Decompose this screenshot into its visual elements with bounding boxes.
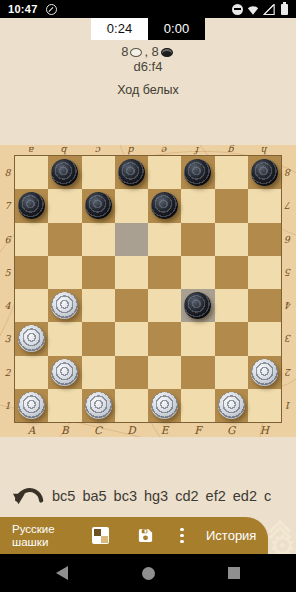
square-e2[interactable] [148, 356, 181, 389]
square-g6[interactable] [215, 223, 248, 256]
square-g4[interactable] [215, 289, 248, 322]
square-g1[interactable] [215, 389, 248, 422]
square-e6[interactable] [148, 223, 181, 256]
square-h1[interactable] [248, 389, 281, 422]
move-3[interactable]: bc3 [114, 488, 137, 504]
square-g8[interactable] [215, 156, 248, 189]
rank-labels-right: 87654321 [281, 156, 296, 422]
move-list: bc5ba5bc3hg3cd2ef2ed2c [52, 488, 271, 504]
rank-left-8: 8 [0, 156, 15, 189]
move-list-row: bc5ba5bc3hg3cd2ef2ed2c [0, 482, 296, 510]
square-d7[interactable] [115, 189, 148, 222]
history-button[interactable]: История [206, 528, 256, 543]
square-e4[interactable] [148, 289, 181, 322]
white-count: 8 [121, 44, 128, 59]
square-h2[interactable] [248, 356, 281, 389]
black-man-f4[interactable] [184, 292, 211, 319]
app-bottom-bar: Русские шашки История [0, 517, 268, 554]
rank-right-1: 1 [281, 389, 296, 422]
black-man-e7[interactable] [151, 192, 178, 219]
square-f2[interactable] [181, 356, 214, 389]
board-2x2-icon[interactable] [92, 527, 109, 544]
board-grid [15, 156, 281, 422]
square-c7[interactable] [82, 189, 115, 222]
file-bottom-D: D [115, 422, 148, 437]
white-timer[interactable]: 0:24 [91, 18, 148, 40]
square-c8[interactable] [82, 156, 115, 189]
move-7[interactable]: ed2 [233, 488, 257, 504]
square-c5[interactable] [82, 256, 115, 289]
square-h3[interactable] [248, 322, 281, 355]
square-f4[interactable] [181, 289, 214, 322]
bottom-bar-area: Русские шашки История ⚙ [0, 517, 296, 554]
square-b4[interactable] [48, 289, 81, 322]
black-timer[interactable]: 0:00 [148, 18, 205, 40]
count-separator: , [144, 44, 151, 59]
move-next-partial: c [264, 488, 271, 504]
square-f3[interactable] [181, 322, 214, 355]
square-c6[interactable] [82, 223, 115, 256]
square-a7[interactable] [15, 189, 48, 222]
file-bottom-F: F [181, 422, 214, 437]
black-checker-icon [161, 48, 173, 57]
file-top-f: f [181, 145, 214, 156]
rank-right-3: 3 [281, 322, 296, 355]
file-bottom-A: A [15, 422, 48, 437]
black-man-h8[interactable] [251, 159, 278, 186]
square-d2[interactable] [115, 356, 148, 389]
square-a3[interactable] [15, 322, 48, 355]
black-man-d8[interactable] [118, 159, 145, 186]
file-top-c: c [82, 145, 115, 156]
file-bottom-B: B [48, 422, 81, 437]
white-man-a3[interactable] [18, 325, 45, 352]
square-e7[interactable] [148, 189, 181, 222]
square-h4[interactable] [248, 289, 281, 322]
square-f7[interactable] [181, 189, 214, 222]
turn-indicator: Ход белых [0, 83, 296, 97]
checkers-board-panel: abcdefgh 87654321 87654321 ABCDEFGH [0, 145, 296, 437]
square-d8[interactable] [115, 156, 148, 189]
black-man-c7[interactable] [85, 192, 112, 219]
square-e5[interactable] [148, 256, 181, 289]
notification-circle-slash-icon [46, 4, 57, 15]
save-floppy-icon[interactable] [137, 527, 154, 544]
square-g3[interactable] [215, 322, 248, 355]
file-bottom-C: C [82, 422, 115, 437]
wifi-icon [247, 4, 259, 15]
rank-left-1: 1 [0, 389, 15, 422]
square-b8[interactable] [48, 156, 81, 189]
square-a1[interactable] [15, 389, 48, 422]
square-g5[interactable] [215, 256, 248, 289]
rank-right-8: 8 [281, 156, 296, 189]
rank-right-6: 6 [281, 223, 296, 256]
white-man-e1[interactable] [151, 392, 178, 419]
square-f5[interactable] [181, 256, 214, 289]
file-top-d: d [115, 145, 148, 156]
rank-left-5: 5 [0, 256, 15, 289]
file-top-b: b [48, 145, 81, 156]
rank-left-2: 2 [0, 356, 15, 389]
square-g2[interactable] [215, 356, 248, 389]
app-title: Русские шашки [12, 523, 74, 548]
file-labels-top: abcdefgh [15, 145, 281, 156]
undo-curved-arrow-icon[interactable] [12, 486, 44, 506]
square-a4[interactable] [15, 289, 48, 322]
android-nav-bar [0, 554, 296, 592]
square-e3[interactable] [148, 322, 181, 355]
square-f1[interactable] [181, 389, 214, 422]
move-4[interactable]: hg3 [144, 488, 168, 504]
cell-signal-icon [263, 4, 275, 15]
black-man-f8[interactable] [184, 159, 211, 186]
square-a6[interactable] [15, 223, 48, 256]
rank-left-7: 7 [0, 189, 15, 222]
square-b3[interactable] [48, 322, 81, 355]
square-b7[interactable] [48, 189, 81, 222]
square-c3[interactable] [82, 322, 115, 355]
rank-right-2: 2 [281, 356, 296, 389]
square-d6[interactable] [115, 223, 148, 256]
white-man-b2[interactable] [51, 359, 78, 386]
square-b2[interactable] [48, 356, 81, 389]
back-triangle-icon[interactable] [56, 566, 68, 580]
rank-left-3: 3 [0, 322, 15, 355]
rank-right-4: 4 [281, 289, 296, 322]
rank-left-4: 4 [0, 289, 15, 322]
square-d4[interactable] [115, 289, 148, 322]
recents-square-icon[interactable] [228, 567, 240, 579]
black-man-b8[interactable] [51, 159, 78, 186]
white-checker-icon [130, 48, 142, 57]
black-man-a7[interactable] [18, 192, 45, 219]
home-circle-icon[interactable] [142, 567, 155, 580]
square-h5[interactable] [248, 256, 281, 289]
piece-counts: 8, 8 [0, 44, 296, 59]
square-f8[interactable] [181, 156, 214, 189]
square-b1[interactable] [48, 389, 81, 422]
rank-right-7: 7 [281, 189, 296, 222]
square-d1[interactable] [115, 389, 148, 422]
square-a8[interactable] [15, 156, 48, 189]
square-d3[interactable] [115, 322, 148, 355]
square-h8[interactable] [248, 156, 281, 189]
square-b6[interactable] [48, 223, 81, 256]
white-man-b4[interactable] [51, 292, 78, 319]
settings-corner[interactable]: ⚙ [268, 517, 296, 554]
file-bottom-H: H [248, 422, 281, 437]
timer-row: 0:24 0:00 [0, 18, 296, 40]
square-h6[interactable] [248, 223, 281, 256]
square-c4[interactable] [82, 289, 115, 322]
black-count: 8 [152, 44, 159, 59]
square-e8[interactable] [148, 156, 181, 189]
rank-right-5: 5 [281, 256, 296, 289]
square-b5[interactable] [48, 256, 81, 289]
file-top-h: h [248, 145, 281, 156]
app-title-line1: Русские [12, 523, 74, 536]
white-man-a1[interactable] [18, 392, 45, 419]
battery-icon [281, 4, 288, 15]
file-bottom-E: E [148, 422, 181, 437]
move-5[interactable]: cd2 [175, 488, 198, 504]
square-a2[interactable] [15, 356, 48, 389]
rank-left-6: 6 [0, 223, 15, 256]
file-labels-bottom: ABCDEFGH [15, 422, 281, 437]
white-man-h2[interactable] [251, 359, 278, 386]
last-move-text: d6:f4 [0, 59, 296, 74]
white-man-c1[interactable] [85, 392, 112, 419]
square-g7[interactable] [215, 189, 248, 222]
square-c2[interactable] [82, 356, 115, 389]
move-2[interactable]: ba5 [82, 488, 106, 504]
file-top-a: a [15, 145, 48, 156]
square-d5[interactable] [115, 256, 148, 289]
square-a5[interactable] [15, 256, 48, 289]
android-status-bar: 10:47 [0, 0, 296, 18]
file-top-g: g [215, 145, 248, 156]
clock: 10:47 [8, 3, 38, 15]
square-f6[interactable] [181, 223, 214, 256]
square-e1[interactable] [148, 389, 181, 422]
kebab-menu-icon[interactable] [180, 528, 184, 544]
square-h7[interactable] [248, 189, 281, 222]
do-not-disturb-icon [232, 4, 243, 15]
white-man-g1[interactable] [218, 392, 245, 419]
square-c1[interactable] [82, 389, 115, 422]
move-1[interactable]: bc5 [52, 488, 75, 504]
material-count: 8, 8 d6:f4 [0, 44, 296, 74]
file-bottom-G: G [215, 422, 248, 437]
file-top-e: e [148, 145, 181, 156]
rank-labels-left: 87654321 [0, 156, 15, 422]
app-title-line2: шашки [12, 536, 74, 549]
move-6[interactable]: ef2 [206, 488, 226, 504]
